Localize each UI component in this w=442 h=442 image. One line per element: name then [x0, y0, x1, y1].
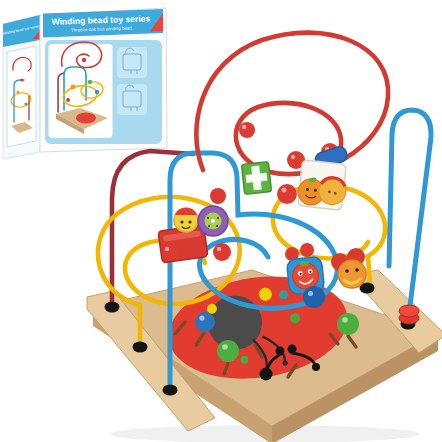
watermelon-disc: [174, 208, 198, 232]
box-side-face: Winding bead toy series: [2, 15, 41, 159]
green-leg-bead: [337, 313, 359, 335]
product-photo: Winding bead toy series Winding bead toy…: [0, 0, 442, 442]
blue-right-arch-wire: [389, 110, 431, 314]
red-bead-on-spiral: [239, 122, 255, 138]
white-fruit-cube: [297, 145, 349, 210]
navy-sphere-bead: [303, 286, 325, 308]
blue-leg-bead: [195, 312, 215, 332]
product-box: Winding bead toy series Winding bead toy…: [2, 8, 167, 159]
purple-kiwi-disc: [198, 206, 228, 236]
green-slotted-cube: [242, 162, 272, 195]
box-front-face: Winding bead toy series Three-in-one fru…: [40, 8, 167, 152]
green-leg-bead: [217, 340, 239, 362]
red-spool-disc: [399, 305, 419, 324]
photo-canvas: Winding bead toy series Winding bead toy…: [0, 0, 442, 442]
